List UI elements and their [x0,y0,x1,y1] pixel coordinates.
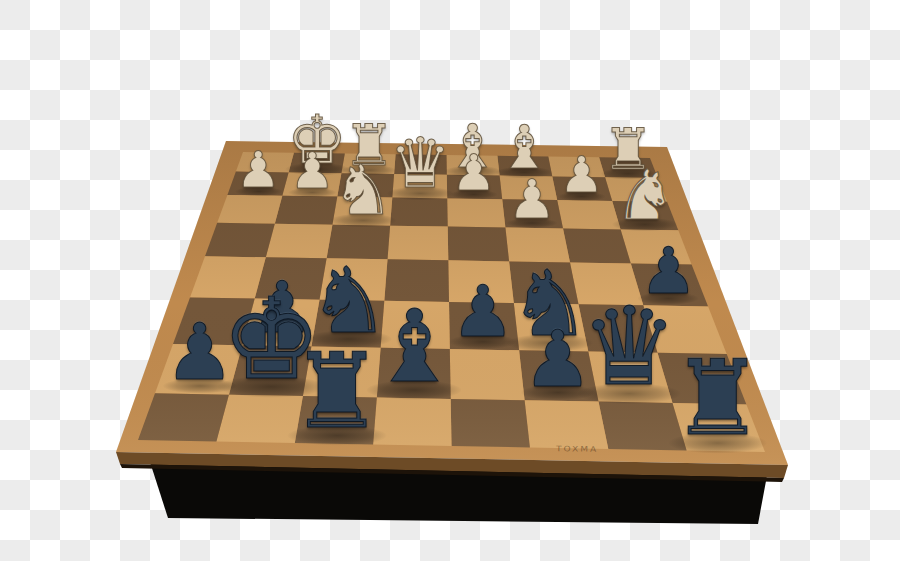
chess-piece-white-knight-a3[interactable]: ♞ [614,161,676,230]
chess-piece-white-pawn-d2[interactable]: ♟ [452,148,497,198]
chess-piece-black-pawn-d6[interactable]: ♟ [451,276,515,347]
chess-piece-white-pawn-g2[interactable]: ♟ [290,146,335,196]
chess-piece-white-knight-f3[interactable]: ♞ [332,156,394,225]
chess-piece-white-pawn-h2[interactable]: ♟ [236,145,281,195]
chess-piece-black-pawn-h7[interactable]: ♟ [165,313,235,391]
chess-board[interactable] [0,0,900,561]
chess-piece-white-pawn-b2[interactable]: ♟ [559,150,604,200]
chess-piece-black-rook-a8[interactable]: ♜ [671,346,764,450]
chess-piece-white-pawn-c3[interactable]: ♟ [508,173,556,227]
chess-piece-black-rook-f8[interactable]: ♜ [290,339,383,443]
chess-piece-black-pawn-c7[interactable]: ♟ [523,320,593,398]
board-maker-mark: TOXMA [556,444,598,453]
chess-scene: ♚♜♜♝♝♛♟♟♟♟♞♞♟♟♞♞♟♟♚♛♝♟♟♜♜ TOXMA [0,0,900,561]
chess-piece-white-queen-e2[interactable]: ♛ [389,129,451,198]
chess-piece-black-queen-b7[interactable]: ♛ [581,293,678,401]
